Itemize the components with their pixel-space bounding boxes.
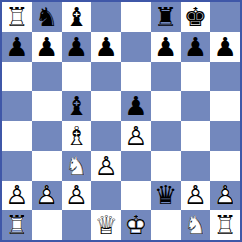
square-c8[interactable]: ♝ [62,2,92,32]
white-pawn-icon: ♟♙ [121,121,151,151]
black-knight-icon: ♞ [32,2,62,32]
black-bishop-icon: ♝ [62,2,92,32]
square-f2[interactable]: ♛ [151,181,181,211]
square-b8[interactable]: ♞ [32,2,62,32]
white-rook-icon: ♜♖ [2,210,32,240]
black-pawn-icon: ♟ [181,32,211,62]
square-g7[interactable]: ♟ [181,32,211,62]
square-b4[interactable] [32,121,62,151]
white-pawn-icon: ♟♙ [62,181,92,211]
square-a4[interactable] [2,121,32,151]
white-pawn-icon: ♟♙ [32,181,62,211]
square-g6[interactable] [181,62,211,92]
square-b3[interactable] [32,151,62,181]
square-a2[interactable]: ♟♙ [2,181,32,211]
square-d1[interactable]: ♛♕ [91,210,121,240]
square-d6[interactable] [91,62,121,92]
white-queen-icon: ♛♕ [91,210,121,240]
black-bishop-icon: ♝ [62,91,92,121]
square-e8[interactable] [121,2,151,32]
square-c1[interactable] [62,210,92,240]
black-queen-icon: ♛ [151,181,181,211]
square-g5[interactable] [181,91,211,121]
square-h7[interactable]: ♟ [210,32,240,62]
square-d7[interactable]: ♟ [91,32,121,62]
square-h5[interactable] [210,91,240,121]
white-pawn-icon: ♟♙ [210,181,240,211]
square-b7[interactable]: ♟ [32,32,62,62]
square-d5[interactable] [91,91,121,121]
square-c2[interactable]: ♟♙ [62,181,92,211]
square-c4[interactable]: ♝♗ [62,121,92,151]
white-king-icon: ♚♔ [121,210,151,240]
square-f7[interactable]: ♟ [151,32,181,62]
square-h6[interactable] [210,62,240,92]
square-f3[interactable] [151,151,181,181]
square-a7[interactable]: ♟ [2,32,32,62]
white-rook-icon: ♜♖ [210,210,240,240]
square-a6[interactable] [2,62,32,92]
white-knight-icon: ♞♘ [181,210,211,240]
square-g8[interactable]: ♚ [181,2,211,32]
square-b1[interactable] [32,210,62,240]
black-pawn-icon: ♟ [210,32,240,62]
square-g3[interactable] [181,151,211,181]
square-c7[interactable]: ♟ [62,32,92,62]
chess-board-grid: ♜♖♞♝♜♚♟♟♟♟♟♟♟♝♟♝♗♟♙♞♘♟♙♟♙♟♙♟♙♛♟♙♟♙♜♖♛♕♚♔… [2,2,240,240]
square-d4[interactable] [91,121,121,151]
square-a8[interactable]: ♜♖ [2,2,32,32]
square-f6[interactable] [151,62,181,92]
square-g1[interactable]: ♞♘ [181,210,211,240]
square-g2[interactable]: ♟♙ [181,181,211,211]
white-rook-icon: ♜♖ [2,2,32,32]
black-pawn-icon: ♟ [32,32,62,62]
square-e6[interactable] [121,62,151,92]
square-e5[interactable]: ♟ [121,91,151,121]
square-f1[interactable] [151,210,181,240]
black-pawn-icon: ♟ [2,32,32,62]
white-pawn-icon: ♟♙ [181,181,211,211]
square-f5[interactable] [151,91,181,121]
square-h1[interactable]: ♜♖ [210,210,240,240]
square-c3[interactable]: ♞♘ [62,151,92,181]
square-e3[interactable] [121,151,151,181]
square-c6[interactable] [62,62,92,92]
square-h4[interactable] [210,121,240,151]
black-pawn-icon: ♟ [121,91,151,121]
white-bishop-icon: ♝♗ [62,121,92,151]
square-d3[interactable]: ♟♙ [91,151,121,181]
square-f4[interactable] [151,121,181,151]
black-pawn-icon: ♟ [91,32,121,62]
black-pawn-icon: ♟ [151,32,181,62]
square-e1[interactable]: ♚♔ [121,210,151,240]
square-f8[interactable]: ♜ [151,2,181,32]
white-pawn-icon: ♟♙ [91,151,121,181]
square-a5[interactable] [2,91,32,121]
square-e4[interactable]: ♟♙ [121,121,151,151]
square-h8[interactable] [210,2,240,32]
square-b5[interactable] [32,91,62,121]
square-d8[interactable] [91,2,121,32]
white-pawn-icon: ♟♙ [2,181,32,211]
black-king-icon: ♚ [181,2,211,32]
black-rook-icon: ♜ [151,2,181,32]
square-a3[interactable] [2,151,32,181]
square-b6[interactable] [32,62,62,92]
square-h2[interactable]: ♟♙ [210,181,240,211]
square-g4[interactable] [181,121,211,151]
square-c5[interactable]: ♝ [62,91,92,121]
square-e7[interactable] [121,32,151,62]
square-h3[interactable] [210,151,240,181]
square-d2[interactable] [91,181,121,211]
black-pawn-icon: ♟ [62,32,92,62]
chess-board: ♜♖♞♝♜♚♟♟♟♟♟♟♟♝♟♝♗♟♙♞♘♟♙♟♙♟♙♟♙♛♟♙♟♙♜♖♛♕♚♔… [0,0,242,242]
square-a1[interactable]: ♜♖ [2,210,32,240]
square-b2[interactable]: ♟♙ [32,181,62,211]
square-e2[interactable] [121,181,151,211]
white-knight-icon: ♞♘ [62,151,92,181]
